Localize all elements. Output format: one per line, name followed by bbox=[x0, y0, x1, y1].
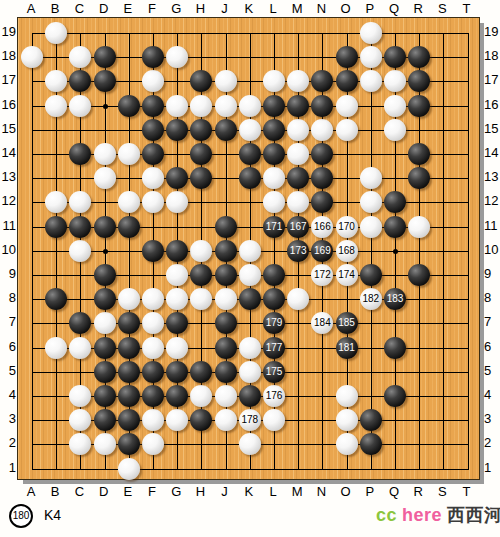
stone-black-N12 bbox=[311, 191, 333, 213]
coord-label-row-9: 9 bbox=[1, 267, 16, 281]
stone-black-L16 bbox=[263, 95, 285, 117]
stone-white-B17 bbox=[45, 70, 67, 92]
grid-line-vertical bbox=[468, 33, 469, 470]
watermark-cc: cc bbox=[376, 505, 397, 525]
coord-label-col-N: N bbox=[309, 484, 333, 499]
stone-black-F5 bbox=[142, 361, 164, 383]
stone-white-H16 bbox=[190, 95, 212, 117]
coord-label-row-12: 12 bbox=[484, 194, 499, 208]
stone-white-C10 bbox=[69, 240, 91, 262]
caption-coordinate: K4 bbox=[44, 507, 61, 523]
stone-black-R16 bbox=[408, 95, 430, 117]
coord-label-row-6: 6 bbox=[484, 340, 499, 354]
stone-white-H8 bbox=[190, 288, 212, 310]
coord-label-col-Q: Q bbox=[382, 1, 406, 16]
page: 1661701681721741821841761781711671731691… bbox=[0, 0, 500, 537]
stone-white-A18 bbox=[21, 46, 43, 68]
stone-white-K15 bbox=[239, 119, 261, 141]
stone-black-G10 bbox=[166, 240, 188, 262]
coord-label-col-D: D bbox=[92, 484, 116, 499]
stone-black-G15 bbox=[166, 119, 188, 141]
stone-white-F3 bbox=[142, 409, 164, 431]
coord-label-col-B: B bbox=[43, 484, 67, 499]
stone-white-L17 bbox=[263, 70, 285, 92]
stone-white-K6 bbox=[239, 337, 261, 359]
coord-label-col-G: G bbox=[164, 484, 188, 499]
stone-white-J16 bbox=[215, 95, 237, 117]
star-point bbox=[393, 249, 398, 254]
stone-white-Q16 bbox=[384, 95, 406, 117]
stone-white-L3 bbox=[263, 409, 285, 431]
stone-black-N17 bbox=[311, 70, 333, 92]
coord-label-col-T: T bbox=[455, 1, 479, 16]
coord-label-row-2: 2 bbox=[484, 436, 499, 450]
stone-black-F16 bbox=[142, 95, 164, 117]
stone-black-D17 bbox=[94, 70, 116, 92]
stone-black-D4 bbox=[94, 385, 116, 407]
stone-white-H4 bbox=[190, 385, 212, 407]
stone-white-O2 bbox=[336, 433, 358, 455]
coord-label-col-Q: Q bbox=[382, 484, 406, 499]
stone-black-H14 bbox=[190, 143, 212, 165]
stone-black-J5 bbox=[215, 361, 237, 383]
coord-label-col-S: S bbox=[430, 484, 454, 499]
stone-white-O9: 174 bbox=[336, 264, 358, 286]
stone-white-B12 bbox=[45, 191, 67, 213]
stone-black-P9 bbox=[360, 264, 382, 286]
stone-white-R11 bbox=[408, 216, 430, 238]
stone-white-C16 bbox=[69, 95, 91, 117]
stone-white-P11 bbox=[360, 216, 382, 238]
grid-line-vertical bbox=[371, 33, 372, 470]
stone-black-E5 bbox=[118, 361, 140, 383]
stone-black-D3 bbox=[94, 409, 116, 431]
stone-white-M8 bbox=[287, 288, 309, 310]
stone-white-F7 bbox=[142, 312, 164, 334]
stone-black-M13 bbox=[287, 167, 309, 189]
stone-white-G12 bbox=[166, 191, 188, 213]
stone-black-F15 bbox=[142, 119, 164, 141]
coord-label-row-2: 2 bbox=[1, 436, 16, 450]
coord-label-col-C: C bbox=[67, 484, 91, 499]
stone-black-L7: 179 bbox=[263, 312, 285, 334]
coord-label-row-4: 4 bbox=[1, 388, 16, 402]
stone-white-O16 bbox=[336, 95, 358, 117]
stone-black-P2 bbox=[360, 433, 382, 455]
stone-white-G3 bbox=[166, 409, 188, 431]
stone-white-E8 bbox=[118, 288, 140, 310]
stone-black-K13 bbox=[239, 167, 261, 189]
stone-white-E14 bbox=[118, 143, 140, 165]
stone-black-L15 bbox=[263, 119, 285, 141]
stone-black-D5 bbox=[94, 361, 116, 383]
stone-black-H15 bbox=[190, 119, 212, 141]
stone-white-K3: 178 bbox=[239, 409, 261, 431]
stone-black-R17 bbox=[408, 70, 430, 92]
stone-white-C18 bbox=[69, 46, 91, 68]
coord-label-col-L: L bbox=[261, 1, 285, 16]
stone-white-G9 bbox=[166, 264, 188, 286]
stone-black-E16 bbox=[118, 95, 140, 117]
stone-white-L13 bbox=[263, 167, 285, 189]
stone-white-M14 bbox=[287, 143, 309, 165]
stone-white-N7: 184 bbox=[311, 312, 333, 334]
stone-black-E2 bbox=[118, 433, 140, 455]
coord-label-row-9: 9 bbox=[484, 267, 499, 281]
coord-label-col-L: L bbox=[261, 484, 285, 499]
stone-white-F6 bbox=[142, 337, 164, 359]
coord-label-col-P: P bbox=[358, 484, 382, 499]
coord-label-row-3: 3 bbox=[484, 412, 499, 426]
stone-black-M11: 167 bbox=[287, 216, 309, 238]
stone-black-P3 bbox=[360, 409, 382, 431]
coord-label-row-6: 6 bbox=[1, 340, 16, 354]
stone-black-G13 bbox=[166, 167, 188, 189]
stone-black-Q6 bbox=[384, 337, 406, 359]
stone-white-C12 bbox=[69, 191, 91, 213]
stone-black-L9 bbox=[263, 264, 285, 286]
coord-label-row-19: 19 bbox=[1, 25, 16, 39]
stone-white-G18 bbox=[166, 46, 188, 68]
stone-black-C11 bbox=[69, 216, 91, 238]
coord-label-col-H: H bbox=[188, 1, 212, 16]
coord-label-col-T: T bbox=[455, 484, 479, 499]
stone-black-D6 bbox=[94, 337, 116, 359]
stone-white-F12 bbox=[142, 191, 164, 213]
stone-black-O18 bbox=[336, 46, 358, 68]
stone-black-L11: 171 bbox=[263, 216, 285, 238]
stone-black-Q11 bbox=[384, 216, 406, 238]
stone-white-K5 bbox=[239, 361, 261, 383]
stone-black-G4 bbox=[166, 385, 188, 407]
stone-black-N16 bbox=[311, 95, 333, 117]
coord-label-row-15: 15 bbox=[1, 122, 16, 136]
stone-white-P8: 182 bbox=[360, 288, 382, 310]
stone-white-G16 bbox=[166, 95, 188, 117]
stone-white-K16 bbox=[239, 95, 261, 117]
stone-white-K9 bbox=[239, 264, 261, 286]
coord-label-row-10: 10 bbox=[1, 243, 16, 257]
stone-black-E11 bbox=[118, 216, 140, 238]
stone-white-P12 bbox=[360, 191, 382, 213]
stone-black-J9 bbox=[215, 264, 237, 286]
stone-black-R13 bbox=[408, 167, 430, 189]
coord-label-col-F: F bbox=[140, 1, 164, 16]
stone-black-D9 bbox=[94, 264, 116, 286]
stone-black-J7 bbox=[215, 312, 237, 334]
stone-black-R9 bbox=[408, 264, 430, 286]
stone-white-D2 bbox=[94, 433, 116, 455]
stone-white-H10 bbox=[190, 240, 212, 262]
stone-black-H9 bbox=[190, 264, 212, 286]
go-board[interactable]: 1661701681721741821841761781711671731691… bbox=[17, 17, 480, 480]
stone-white-O15 bbox=[336, 119, 358, 141]
star-point bbox=[103, 249, 108, 254]
stone-black-L14 bbox=[263, 143, 285, 165]
watermark-here: here bbox=[402, 505, 442, 525]
stone-white-F13 bbox=[142, 167, 164, 189]
stone-black-K14 bbox=[239, 143, 261, 165]
caption-stone-white-180: 180 bbox=[9, 504, 33, 528]
stone-black-F4 bbox=[142, 385, 164, 407]
stone-black-Q4 bbox=[384, 385, 406, 407]
stone-white-P19 bbox=[360, 22, 382, 44]
coord-label-row-14: 14 bbox=[1, 146, 16, 160]
star-point bbox=[103, 104, 108, 109]
stone-white-F17 bbox=[142, 70, 164, 92]
coord-label-col-A: A bbox=[19, 484, 43, 499]
coord-label-row-18: 18 bbox=[484, 49, 499, 63]
coord-label-col-O: O bbox=[334, 484, 358, 499]
stone-white-C6 bbox=[69, 337, 91, 359]
stone-white-E1 bbox=[118, 458, 140, 480]
stone-black-Q12 bbox=[384, 191, 406, 213]
stone-black-Q8: 183 bbox=[384, 288, 406, 310]
stone-black-N10: 169 bbox=[311, 240, 333, 262]
stone-black-O7: 185 bbox=[336, 312, 358, 334]
stone-black-M10: 173 bbox=[287, 240, 309, 262]
stone-white-L12 bbox=[263, 191, 285, 213]
coord-label-col-J: J bbox=[213, 1, 237, 16]
coord-label-col-E: E bbox=[116, 484, 140, 499]
stone-white-O10: 168 bbox=[336, 240, 358, 262]
stone-black-D18 bbox=[94, 46, 116, 68]
stone-black-E3 bbox=[118, 409, 140, 431]
stone-black-D8 bbox=[94, 288, 116, 310]
coord-label-col-P: P bbox=[358, 1, 382, 16]
stone-black-H5 bbox=[190, 361, 212, 383]
coord-label-row-17: 17 bbox=[484, 73, 499, 87]
coord-label-row-16: 16 bbox=[484, 98, 499, 112]
coord-label-col-C: C bbox=[67, 1, 91, 16]
stone-black-O6: 181 bbox=[336, 337, 358, 359]
stone-black-J15 bbox=[215, 119, 237, 141]
coord-label-col-M: M bbox=[285, 484, 309, 499]
stone-black-L8 bbox=[263, 288, 285, 310]
stone-black-J11 bbox=[215, 216, 237, 238]
stone-white-E12 bbox=[118, 191, 140, 213]
stone-black-O17 bbox=[336, 70, 358, 92]
stone-black-H17 bbox=[190, 70, 212, 92]
stone-white-O4 bbox=[336, 385, 358, 407]
coord-label-col-D: D bbox=[92, 1, 116, 16]
stone-white-J4 bbox=[215, 385, 237, 407]
coord-label-row-12: 12 bbox=[1, 194, 16, 208]
coord-label-col-H: H bbox=[188, 484, 212, 499]
coord-label-row-10: 10 bbox=[484, 243, 499, 257]
stone-black-L5: 175 bbox=[263, 361, 285, 383]
stone-white-N11: 166 bbox=[311, 216, 333, 238]
stone-black-H13 bbox=[190, 167, 212, 189]
coord-label-col-F: F bbox=[140, 484, 164, 499]
stone-black-D11 bbox=[94, 216, 116, 238]
stone-white-F8 bbox=[142, 288, 164, 310]
stone-white-M15 bbox=[287, 119, 309, 141]
stone-black-K8 bbox=[239, 288, 261, 310]
grid-line-horizontal bbox=[32, 469, 469, 470]
coord-label-row-14: 14 bbox=[484, 146, 499, 160]
coord-label-col-R: R bbox=[406, 1, 430, 16]
stone-white-G8 bbox=[166, 288, 188, 310]
coord-label-col-G: G bbox=[164, 1, 188, 16]
coord-label-row-7: 7 bbox=[484, 315, 499, 329]
caption-stone-number: 180 bbox=[13, 510, 30, 521]
coord-label-row-16: 16 bbox=[1, 98, 16, 112]
coord-label-col-K: K bbox=[237, 484, 261, 499]
stone-black-F10 bbox=[142, 240, 164, 262]
stone-white-M17 bbox=[287, 70, 309, 92]
coord-label-row-8: 8 bbox=[1, 291, 16, 305]
stone-black-G7 bbox=[166, 312, 188, 334]
stone-white-M12 bbox=[287, 191, 309, 213]
stone-black-E7 bbox=[118, 312, 140, 334]
stone-white-B19 bbox=[45, 22, 67, 44]
stone-white-B16 bbox=[45, 95, 67, 117]
stone-white-K2 bbox=[239, 433, 261, 455]
stone-white-G6 bbox=[166, 337, 188, 359]
stone-white-O3 bbox=[336, 409, 358, 431]
coord-label-col-K: K bbox=[237, 1, 261, 16]
stone-black-B8 bbox=[45, 288, 67, 310]
stone-white-D13 bbox=[94, 167, 116, 189]
stone-white-L4: 176 bbox=[263, 385, 285, 407]
stone-white-P18 bbox=[360, 46, 382, 68]
stone-black-E4 bbox=[118, 385, 140, 407]
coord-label-row-17: 17 bbox=[1, 73, 16, 87]
watermark: cc here 西西河 bbox=[376, 503, 500, 527]
stone-white-J8 bbox=[215, 288, 237, 310]
coord-label-row-3: 3 bbox=[1, 412, 16, 426]
stone-black-J6 bbox=[215, 337, 237, 359]
coord-label-row-7: 7 bbox=[1, 315, 16, 329]
watermark-xixihe: 西西河 bbox=[447, 505, 500, 525]
stone-white-D14 bbox=[94, 143, 116, 165]
stone-white-B6 bbox=[45, 337, 67, 359]
stone-white-C2 bbox=[69, 433, 91, 455]
stone-black-H3 bbox=[190, 409, 212, 431]
coord-label-col-J: J bbox=[213, 484, 237, 499]
stone-white-D7 bbox=[94, 312, 116, 334]
coord-label-row-13: 13 bbox=[1, 170, 16, 184]
stone-black-K4 bbox=[239, 385, 261, 407]
coord-label-row-15: 15 bbox=[484, 122, 499, 136]
stone-black-G5 bbox=[166, 361, 188, 383]
coord-label-row-8: 8 bbox=[484, 291, 499, 305]
stone-black-L6: 177 bbox=[263, 337, 285, 359]
coord-label-row-11: 11 bbox=[1, 219, 16, 233]
stone-white-Q15 bbox=[384, 119, 406, 141]
coord-label-row-1: 1 bbox=[1, 461, 16, 475]
stone-white-P13 bbox=[360, 167, 382, 189]
stone-black-F18 bbox=[142, 46, 164, 68]
stone-black-N14 bbox=[311, 143, 333, 165]
stone-white-O11: 170 bbox=[336, 216, 358, 238]
stone-white-J3 bbox=[215, 409, 237, 431]
stone-black-R18 bbox=[408, 46, 430, 68]
stone-white-J17 bbox=[215, 70, 237, 92]
coord-label-col-O: O bbox=[334, 1, 358, 16]
coord-label-col-S: S bbox=[430, 1, 454, 16]
coord-label-row-11: 11 bbox=[484, 219, 499, 233]
coord-label-col-B: B bbox=[43, 1, 67, 16]
coord-label-col-A: A bbox=[19, 1, 43, 16]
stone-black-B11 bbox=[45, 216, 67, 238]
coord-label-col-N: N bbox=[309, 1, 333, 16]
stone-black-R14 bbox=[408, 143, 430, 165]
stone-black-Q18 bbox=[384, 46, 406, 68]
stone-white-C4 bbox=[69, 385, 91, 407]
coord-label-col-E: E bbox=[116, 1, 140, 16]
coord-label-col-R: R bbox=[406, 484, 430, 499]
coord-label-row-4: 4 bbox=[484, 388, 499, 402]
coord-label-row-5: 5 bbox=[484, 364, 499, 378]
stone-white-N15 bbox=[311, 119, 333, 141]
stone-black-M16 bbox=[287, 95, 309, 117]
stone-black-C14 bbox=[69, 143, 91, 165]
coord-label-row-5: 5 bbox=[1, 364, 16, 378]
coord-label-row-19: 19 bbox=[484, 25, 499, 39]
grid-line-vertical bbox=[443, 33, 444, 470]
stone-black-F14 bbox=[142, 143, 164, 165]
stone-black-E6 bbox=[118, 337, 140, 359]
stone-white-P17 bbox=[360, 70, 382, 92]
stone-white-F2 bbox=[142, 433, 164, 455]
coord-label-row-13: 13 bbox=[484, 170, 499, 184]
stone-black-C17 bbox=[69, 70, 91, 92]
stone-white-N9: 172 bbox=[311, 264, 333, 286]
coord-label-row-18: 18 bbox=[1, 49, 16, 63]
coord-label-col-M: M bbox=[285, 1, 309, 16]
stone-white-Q17 bbox=[384, 70, 406, 92]
stone-white-C3 bbox=[69, 409, 91, 431]
stone-white-K10 bbox=[239, 240, 261, 262]
stone-black-J10 bbox=[215, 240, 237, 262]
stone-black-C7 bbox=[69, 312, 91, 334]
stone-black-N13 bbox=[311, 167, 333, 189]
coord-label-row-1: 1 bbox=[484, 461, 499, 475]
